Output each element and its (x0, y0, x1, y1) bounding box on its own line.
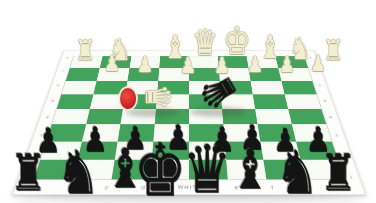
white-rook: ♜ (323, 37, 344, 65)
rank-label-4: 4 (45, 116, 49, 119)
square-e2 (189, 141, 226, 159)
square-e3 (189, 124, 225, 141)
file-label-f: f (271, 184, 274, 189)
square-b8 (100, 56, 132, 68)
square-f4 (222, 109, 258, 125)
rank-label-1: 1 (25, 175, 30, 180)
square-f1 (226, 160, 266, 180)
square-b7 (97, 68, 130, 81)
rank-label-1: 1 (349, 175, 354, 180)
square-c4 (120, 109, 156, 125)
square-a5 (57, 94, 94, 109)
square-b6 (93, 81, 127, 95)
chess-set-product-photo: 87654321 87654321 abcdWHITEefgh ♚♛♝♝♞♜♞♜… (0, 0, 376, 203)
square-a6 (62, 81, 97, 95)
square-a1 (34, 160, 78, 180)
rank-label-8: 8 (309, 56, 312, 59)
square-h8 (275, 56, 308, 68)
rank-label-3: 3 (335, 134, 339, 138)
square-c5 (123, 94, 157, 109)
square-c6 (125, 81, 158, 95)
square-a7 (66, 68, 100, 81)
square-g4 (255, 109, 292, 125)
square-g7 (249, 68, 282, 81)
file-label-h: h (342, 184, 348, 189)
rank-label-2: 2 (341, 153, 345, 157)
file-label-a: a (31, 184, 37, 189)
square-h4 (288, 109, 326, 125)
square-g1 (263, 160, 305, 180)
square-b1 (73, 160, 115, 180)
square-c2 (115, 141, 154, 159)
file-label-e: e (234, 184, 238, 189)
square-a3 (46, 124, 86, 141)
rank-label-8: 8 (66, 56, 69, 59)
rank-label-3: 3 (39, 134, 43, 138)
square-f8 (218, 56, 249, 68)
square-f2 (225, 141, 264, 159)
rank-label-5: 5 (323, 99, 327, 102)
square-h2 (296, 141, 338, 159)
square-c8 (129, 56, 160, 68)
square-g5 (253, 94, 288, 109)
file-label-b: b (68, 184, 73, 189)
square-f5 (221, 94, 255, 109)
square-d6 (157, 81, 189, 95)
square-g3 (258, 124, 296, 141)
square-d5 (156, 94, 189, 109)
rank-label-7: 7 (61, 70, 64, 73)
square-a2 (40, 141, 82, 159)
square-f3 (223, 124, 260, 141)
square-c3 (118, 124, 155, 141)
square-f6 (220, 81, 253, 95)
rank-label-5: 5 (51, 99, 55, 102)
square-e1 (189, 160, 228, 180)
square-e5 (189, 94, 222, 109)
square-c1 (112, 160, 152, 180)
rank-label-4: 4 (329, 116, 333, 119)
board-grid (34, 56, 344, 179)
square-h6 (281, 81, 316, 95)
square-b2 (78, 141, 118, 159)
square-e7 (189, 68, 220, 81)
square-a4 (52, 109, 90, 125)
square-d8 (159, 56, 189, 68)
square-b4 (86, 109, 123, 125)
square-c7 (127, 68, 159, 81)
square-e6 (189, 81, 221, 95)
square-d1 (150, 160, 189, 180)
file-label-g: g (305, 184, 310, 189)
file-labels-row: abcdWHITEefgh (30, 182, 348, 191)
rank-label-6: 6 (318, 84, 322, 87)
square-g8 (247, 56, 279, 68)
file-label-c: c (104, 184, 108, 189)
rank-label-7: 7 (313, 70, 316, 73)
square-b5 (90, 94, 125, 109)
rank-label-2: 2 (32, 153, 36, 157)
square-g6 (251, 81, 285, 95)
square-d3 (153, 124, 189, 141)
square-h7 (278, 68, 312, 81)
square-b3 (82, 124, 120, 141)
square-d4 (155, 109, 189, 125)
rank-label-6: 6 (56, 84, 60, 87)
vinyl-chess-mat: 87654321 87654321 abcdWHITEefgh (12, 51, 366, 195)
file-label-d: d (141, 184, 145, 189)
square-a8 (70, 56, 103, 68)
square-h1 (300, 160, 344, 180)
square-e8 (189, 56, 219, 68)
square-g2 (260, 141, 300, 159)
square-d7 (158, 68, 189, 81)
white-side-label: WHITE (178, 185, 202, 190)
square-f7 (219, 68, 251, 81)
square-h3 (292, 124, 332, 141)
square-d2 (152, 141, 189, 159)
square-h5 (285, 94, 322, 109)
square-e4 (189, 109, 223, 125)
